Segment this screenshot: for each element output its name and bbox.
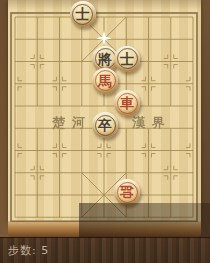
piece-black-soldier[interactable]: 卒 <box>92 112 118 138</box>
move-counter: 步数: 5 <box>8 243 49 258</box>
move-counter-value: 5 <box>41 244 49 257</box>
piece-red-general[interactable]: 帥 <box>114 179 140 205</box>
move-counter-label: 步数: <box>8 244 37 257</box>
xiangqi-endgame-screen: 楚河 漢界 士將士馬車卒帥 步数: 5 <box>0 0 210 263</box>
bottom-status-bar: 步数: 5 <box>0 237 210 263</box>
piece-black-advisor-1[interactable]: 士 <box>70 1 96 27</box>
piece-red-chariot[interactable]: 車 <box>114 90 140 116</box>
piece-black-advisor-2[interactable]: 士 <box>114 46 140 72</box>
piece-grid: 士將士馬車卒帥 <box>4 6 204 229</box>
